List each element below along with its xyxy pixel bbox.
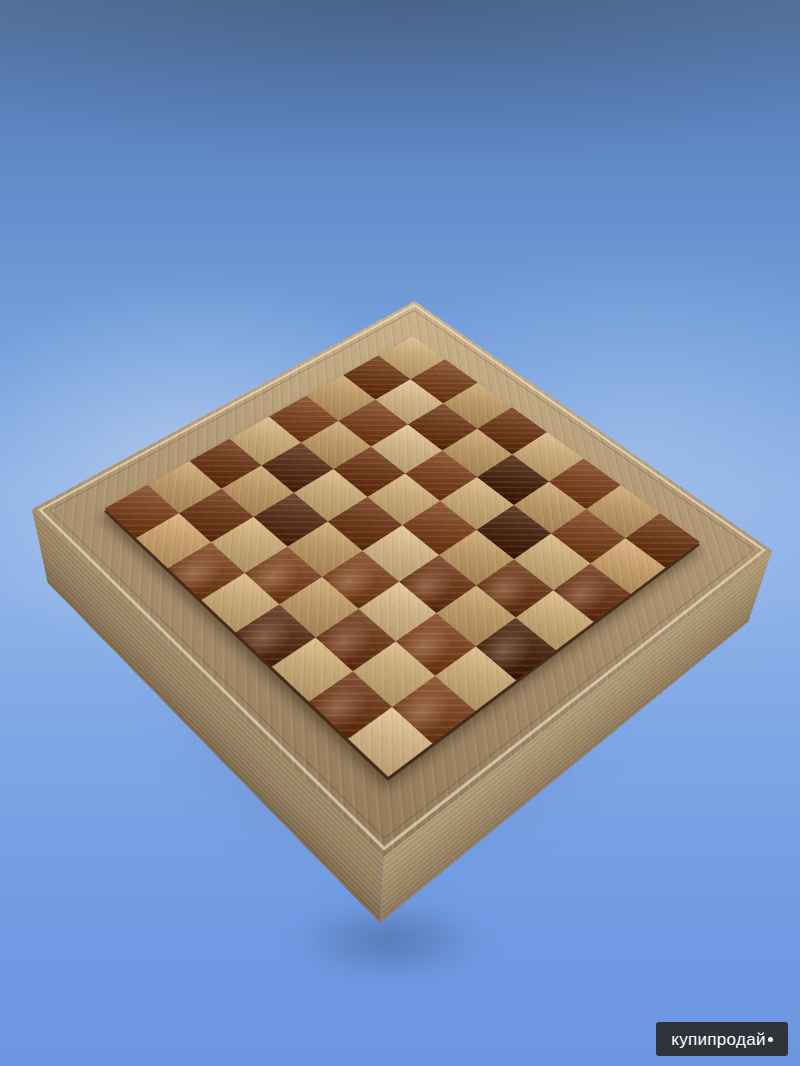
perspective-scene (126, 254, 678, 806)
watermark-label: купипродай (671, 1031, 765, 1048)
watermark-dot-icon (768, 1037, 773, 1042)
chessboard-box (32, 301, 772, 857)
chessboard-top-face (32, 301, 772, 857)
kupiproday-watermark: купипродай (656, 1022, 788, 1056)
product-photo: купипродай (0, 0, 800, 1066)
camera-tilt (0, 0, 800, 1066)
